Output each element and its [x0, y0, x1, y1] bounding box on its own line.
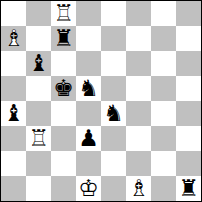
chess-diagram: ♖♗♜♝♚♞♝♞♖♟♔♗♜ [0, 0, 202, 202]
white-bishop-f1[interactable]: ♗ [126, 176, 151, 201]
square-h6[interactable] [176, 51, 201, 76]
square-f7[interactable] [126, 26, 151, 51]
square-d3[interactable]: ♟ [76, 126, 101, 151]
square-h4[interactable] [176, 101, 201, 126]
black-knight-e4[interactable]: ♞ [101, 101, 126, 126]
square-e3[interactable] [101, 126, 126, 151]
square-e2[interactable] [101, 151, 126, 176]
square-a5[interactable] [1, 76, 26, 101]
square-c5[interactable]: ♚ [51, 76, 76, 101]
square-e6[interactable] [101, 51, 126, 76]
black-knight-d5[interactable]: ♞ [76, 76, 101, 101]
square-d2[interactable] [76, 151, 101, 176]
square-a6[interactable] [1, 51, 26, 76]
square-e7[interactable] [101, 26, 126, 51]
white-rook-b3[interactable]: ♖ [26, 126, 51, 151]
square-f5[interactable] [126, 76, 151, 101]
square-b5[interactable] [26, 76, 51, 101]
square-a2[interactable] [1, 151, 26, 176]
black-bishop-b6[interactable]: ♝ [26, 51, 51, 76]
square-d1[interactable]: ♔ [76, 176, 101, 201]
square-b4[interactable] [26, 101, 51, 126]
square-f3[interactable] [126, 126, 151, 151]
square-e5[interactable] [101, 76, 126, 101]
square-c6[interactable] [51, 51, 76, 76]
square-c2[interactable] [51, 151, 76, 176]
black-bishop-a4[interactable]: ♝ [1, 101, 26, 126]
square-d7[interactable] [76, 26, 101, 51]
square-g2[interactable] [151, 151, 176, 176]
square-g1[interactable] [151, 176, 176, 201]
square-h2[interactable] [176, 151, 201, 176]
chess-board: ♖♗♜♝♚♞♝♞♖♟♔♗♜ [0, 0, 202, 202]
square-h8[interactable] [176, 1, 201, 26]
square-f4[interactable] [126, 101, 151, 126]
square-h1[interactable]: ♜ [176, 176, 201, 201]
square-c1[interactable] [51, 176, 76, 201]
square-a8[interactable] [1, 1, 26, 26]
square-d5[interactable]: ♞ [76, 76, 101, 101]
square-f6[interactable] [126, 51, 151, 76]
white-king-d1[interactable]: ♔ [76, 176, 101, 201]
square-c8[interactable]: ♖ [51, 1, 76, 26]
black-king-c5[interactable]: ♚ [51, 76, 76, 101]
square-e1[interactable] [101, 176, 126, 201]
square-g5[interactable] [151, 76, 176, 101]
square-g3[interactable] [151, 126, 176, 151]
square-a3[interactable] [1, 126, 26, 151]
square-h3[interactable] [176, 126, 201, 151]
square-h7[interactable] [176, 26, 201, 51]
square-e4[interactable]: ♞ [101, 101, 126, 126]
square-f2[interactable] [126, 151, 151, 176]
square-f8[interactable] [126, 1, 151, 26]
square-g7[interactable] [151, 26, 176, 51]
square-c3[interactable] [51, 126, 76, 151]
white-bishop-a7[interactable]: ♗ [1, 26, 26, 51]
square-b7[interactable] [26, 26, 51, 51]
square-a1[interactable] [1, 176, 26, 201]
square-e8[interactable] [101, 1, 126, 26]
square-g8[interactable] [151, 1, 176, 26]
square-c4[interactable] [51, 101, 76, 126]
square-b3[interactable]: ♖ [26, 126, 51, 151]
square-b8[interactable] [26, 1, 51, 26]
black-pawn-d3[interactable]: ♟ [76, 126, 101, 151]
square-h5[interactable] [176, 76, 201, 101]
square-d4[interactable] [76, 101, 101, 126]
black-rook-h1[interactable]: ♜ [176, 176, 201, 201]
square-b2[interactable] [26, 151, 51, 176]
white-rook-c8[interactable]: ♖ [51, 1, 76, 26]
square-c7[interactable]: ♜ [51, 26, 76, 51]
square-g4[interactable] [151, 101, 176, 126]
square-b6[interactable]: ♝ [26, 51, 51, 76]
square-g6[interactable] [151, 51, 176, 76]
square-b1[interactable] [26, 176, 51, 201]
square-f1[interactable]: ♗ [126, 176, 151, 201]
square-a4[interactable]: ♝ [1, 101, 26, 126]
black-rook-c7[interactable]: ♜ [51, 26, 76, 51]
square-a7[interactable]: ♗ [1, 26, 26, 51]
square-d6[interactable] [76, 51, 101, 76]
square-d8[interactable] [76, 1, 101, 26]
